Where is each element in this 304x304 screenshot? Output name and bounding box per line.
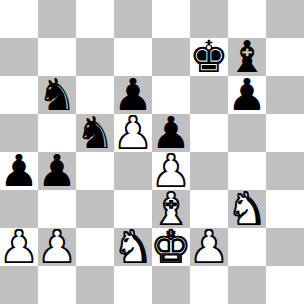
square-c1[interactable]	[76, 266, 114, 304]
piece-white-pawn[interactable]: ♟︎	[114, 114, 152, 152]
piece-black-pawn[interactable]: ♟︎	[38, 152, 76, 190]
square-c4[interactable]	[76, 152, 114, 190]
square-a7[interactable]	[0, 38, 38, 76]
piece-black-pawn[interactable]: ♟︎	[228, 76, 266, 114]
square-h1[interactable]	[266, 266, 304, 304]
square-h5[interactable]	[266, 114, 304, 152]
square-h8[interactable]	[266, 0, 304, 38]
square-b1[interactable]	[38, 266, 76, 304]
square-f7[interactable]: ♚︎	[190, 38, 228, 76]
square-e7[interactable]	[152, 38, 190, 76]
piece-white-pawn[interactable]: ♟︎	[38, 228, 76, 266]
piece-white-pawn[interactable]: ♟︎	[0, 228, 38, 266]
square-h4[interactable]	[266, 152, 304, 190]
square-b6[interactable]: ♞︎	[38, 76, 76, 114]
square-f4[interactable]	[190, 152, 228, 190]
square-d4[interactable]	[114, 152, 152, 190]
square-h7[interactable]	[266, 38, 304, 76]
square-b2[interactable]: ♟︎	[38, 228, 76, 266]
square-f6[interactable]	[190, 76, 228, 114]
square-g2[interactable]	[228, 228, 266, 266]
square-d5[interactable]: ♟︎	[114, 114, 152, 152]
square-c7[interactable]	[76, 38, 114, 76]
piece-black-knight[interactable]: ♞︎	[76, 114, 114, 152]
piece-black-knight[interactable]: ♞︎	[38, 76, 76, 114]
piece-white-king[interactable]: ♚︎	[152, 228, 190, 266]
square-c2[interactable]	[76, 228, 114, 266]
square-e8[interactable]	[152, 0, 190, 38]
square-a1[interactable]	[0, 266, 38, 304]
square-d1[interactable]	[114, 266, 152, 304]
square-a2[interactable]: ♟︎	[0, 228, 38, 266]
square-b8[interactable]	[38, 0, 76, 38]
square-g1[interactable]	[228, 266, 266, 304]
square-g5[interactable]	[228, 114, 266, 152]
square-b4[interactable]: ♟︎	[38, 152, 76, 190]
piece-black-king[interactable]: ♚︎	[190, 38, 228, 76]
square-e2[interactable]: ♚︎	[152, 228, 190, 266]
square-d8[interactable]	[114, 0, 152, 38]
square-h6[interactable]	[266, 76, 304, 114]
piece-white-pawn[interactable]: ♟︎	[190, 228, 228, 266]
chess-board: ♚︎♝︎♞︎♟︎♟︎♞︎♟︎♟︎♟︎♟︎♟︎♝︎♞︎♟︎♟︎♞︎♚︎♟︎	[0, 0, 304, 304]
square-c8[interactable]	[76, 0, 114, 38]
square-g6[interactable]: ♟︎	[228, 76, 266, 114]
square-d2[interactable]: ♞︎	[114, 228, 152, 266]
square-f2[interactable]: ♟︎	[190, 228, 228, 266]
square-e1[interactable]	[152, 266, 190, 304]
square-a8[interactable]	[0, 0, 38, 38]
square-f5[interactable]	[190, 114, 228, 152]
piece-black-pawn[interactable]: ♟︎	[0, 152, 38, 190]
piece-white-knight[interactable]: ♞︎	[228, 190, 266, 228]
piece-white-knight[interactable]: ♞︎	[114, 228, 152, 266]
square-c3[interactable]	[76, 190, 114, 228]
square-h3[interactable]	[266, 190, 304, 228]
square-c5[interactable]: ♞︎	[76, 114, 114, 152]
square-f1[interactable]	[190, 266, 228, 304]
square-g3[interactable]: ♞︎	[228, 190, 266, 228]
square-h2[interactable]	[266, 228, 304, 266]
square-a4[interactable]: ♟︎	[0, 152, 38, 190]
square-a6[interactable]	[0, 76, 38, 114]
